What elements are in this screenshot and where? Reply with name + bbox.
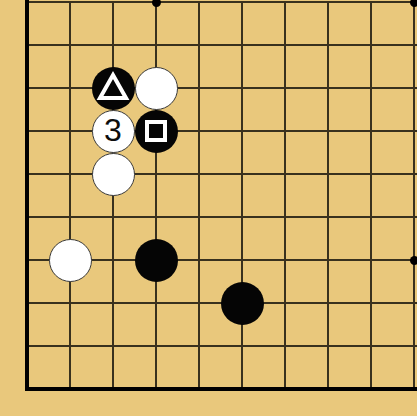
grid-cell — [26, 130, 69, 173]
grid-cell — [69, 302, 112, 345]
grid-cell — [112, 345, 155, 388]
grid-cell — [69, 1, 112, 44]
grid-cell — [370, 1, 413, 44]
grid-cell — [241, 345, 284, 388]
grid-cell — [284, 130, 327, 173]
grid-cell — [198, 1, 241, 44]
grid-cell — [327, 259, 370, 302]
grid-cell — [26, 1, 69, 44]
grid-cell — [413, 345, 417, 388]
grid-cell — [327, 87, 370, 130]
star-point — [410, 0, 417, 7]
star-point — [410, 256, 417, 265]
grid-cell — [327, 302, 370, 345]
white-stone[interactable] — [49, 239, 92, 282]
black-stone[interactable] — [221, 282, 264, 325]
grid-cell — [413, 302, 417, 345]
grid-cell — [327, 130, 370, 173]
grid-cell — [198, 44, 241, 87]
grid-cell — [413, 216, 417, 259]
triangle-mark-icon — [92, 67, 134, 109]
grid-cell — [198, 173, 241, 216]
white-stone[interactable]: 3 — [92, 110, 135, 153]
grid-cell — [26, 87, 69, 130]
black-stone[interactable] — [135, 110, 178, 153]
black-stone[interactable] — [135, 239, 178, 282]
grid-cell — [370, 130, 413, 173]
grid-cell — [26, 302, 69, 345]
go-board[interactable]: 3 — [0, 0, 417, 416]
grid-cell — [327, 345, 370, 388]
grid-cell — [327, 44, 370, 87]
white-stone[interactable] — [92, 153, 135, 196]
grid-cell — [327, 216, 370, 259]
grid-lines — [26, 1, 417, 388]
grid-cell — [370, 345, 413, 388]
grid-cell — [155, 173, 198, 216]
grid-cell — [26, 345, 69, 388]
board-edge-bottom — [25, 387, 417, 391]
grid-cell — [413, 87, 417, 130]
grid-cell — [241, 173, 284, 216]
grid-cell — [284, 259, 327, 302]
grid-cell — [155, 1, 198, 44]
go-board-diagram: 3 — [0, 0, 417, 416]
grid-cell — [413, 130, 417, 173]
board-edge-left — [25, 0, 29, 391]
grid-cell — [413, 44, 417, 87]
grid-cell — [327, 173, 370, 216]
grid-cell — [198, 345, 241, 388]
grid-cell — [241, 44, 284, 87]
grid-cell — [284, 216, 327, 259]
grid-cell — [155, 345, 198, 388]
grid-cell — [370, 87, 413, 130]
grid-cell — [198, 130, 241, 173]
grid-cell — [198, 216, 241, 259]
grid-cell — [413, 1, 417, 44]
grid-cell — [370, 173, 413, 216]
black-stone[interactable] — [92, 67, 135, 110]
grid-cell — [284, 87, 327, 130]
move-number-label: 3 — [104, 114, 122, 146]
grid-cell — [69, 345, 112, 388]
grid-cell — [370, 44, 413, 87]
grid-cell — [241, 130, 284, 173]
grid-cell — [370, 216, 413, 259]
grid-cell — [241, 87, 284, 130]
grid-cell — [241, 216, 284, 259]
grid-cell — [327, 1, 370, 44]
grid-cell — [112, 1, 155, 44]
grid-cell — [370, 302, 413, 345]
grid-cell — [284, 302, 327, 345]
grid-cell — [413, 173, 417, 216]
white-stone[interactable] — [135, 67, 178, 110]
grid-cell — [413, 259, 417, 302]
grid-cell — [284, 44, 327, 87]
grid-cell — [284, 173, 327, 216]
grid-cell — [370, 259, 413, 302]
square-mark-icon — [145, 120, 167, 142]
grid-cell — [26, 44, 69, 87]
grid-cell — [284, 345, 327, 388]
grid-cell — [241, 1, 284, 44]
grid-cell — [112, 302, 155, 345]
grid-cell — [26, 173, 69, 216]
grid-cell — [284, 1, 327, 44]
grid-cell — [155, 302, 198, 345]
star-point — [152, 0, 161, 7]
grid-cell — [198, 87, 241, 130]
